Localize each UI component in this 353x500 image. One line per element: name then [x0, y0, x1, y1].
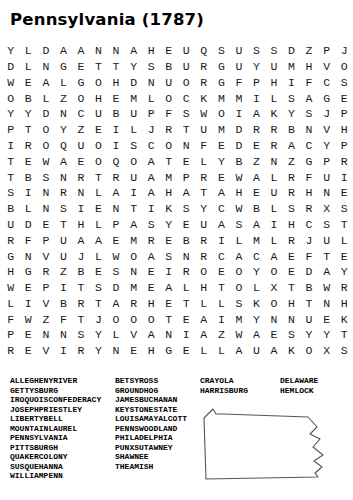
grid-cell: H	[300, 185, 318, 201]
word-list-column-2: BETSYROSSGROUNDHOGJAMESBUCHANANKEYSTONES…	[115, 376, 187, 471]
grid-cell: R	[2, 233, 20, 249]
grid-cell: A	[125, 217, 143, 233]
word-item: WILLIAMPENN	[10, 471, 101, 481]
grid-cell: E	[37, 217, 55, 233]
grid-cell: E	[125, 343, 143, 359]
grid-cell: O	[2, 90, 20, 106]
grid-cell: O	[90, 138, 108, 154]
grid-cell: O	[160, 138, 178, 154]
grid-cell: R	[335, 280, 353, 296]
grid-cell: D	[300, 264, 318, 280]
word-item: CRAYOLA	[200, 376, 248, 386]
grid-cell: X	[265, 280, 283, 296]
grid-cell: H	[335, 122, 353, 138]
grid-cell: S	[300, 106, 318, 122]
grid-cell: B	[177, 233, 195, 249]
grid-cell: G	[300, 154, 318, 170]
grid-cell: T	[2, 154, 20, 170]
grid-cell: V	[37, 343, 55, 359]
grid-cell: S	[107, 264, 125, 280]
word-item: MOUNTAINLAUREL	[10, 424, 101, 434]
grid-cell: H	[195, 280, 213, 296]
grid-cell: E	[160, 296, 178, 312]
grid-cell: M	[248, 233, 266, 249]
grid-cell: O	[72, 90, 90, 106]
grid-cell: H	[107, 75, 125, 91]
grid-cell: L	[213, 343, 231, 359]
grid-cell: F	[300, 248, 318, 264]
grid-cell: F	[160, 106, 178, 122]
grid-cell: E	[283, 248, 301, 264]
grid-cell: A	[107, 185, 125, 201]
grid-cell: T	[160, 312, 178, 328]
grid-cell: E	[142, 280, 160, 296]
grid-cell: U	[195, 217, 213, 233]
grid-cell: L	[265, 201, 283, 217]
grid-cell: B	[107, 106, 125, 122]
grid-cell: D	[283, 43, 301, 59]
grid-cell: N	[55, 169, 73, 185]
grid-cell: R	[283, 185, 301, 201]
grid-cell: E	[90, 201, 108, 217]
grid-cell: F	[55, 312, 73, 328]
grid-cell: N	[37, 59, 55, 75]
grid-cell: K	[335, 312, 353, 328]
grid-cell: U	[300, 312, 318, 328]
grid-cell: F	[230, 75, 248, 91]
grid-cell: W	[20, 312, 38, 328]
grid-cell: E	[335, 185, 353, 201]
grid-cell: W	[195, 106, 213, 122]
grid-cell: Q	[55, 138, 73, 154]
grid-cell: I	[20, 185, 38, 201]
grid-cell: R	[72, 169, 90, 185]
grid-cell: B	[248, 201, 266, 217]
word-list-column-3: CRAYOLAHARRISBURG	[200, 376, 248, 395]
grid-cell: I	[2, 138, 20, 154]
grid-cell: E	[213, 138, 231, 154]
grid-cell: I	[335, 169, 353, 185]
grid-cell: A	[318, 264, 336, 280]
grid-cell: N	[177, 248, 195, 264]
grid-cell: E	[90, 264, 108, 280]
grid-cell: P	[37, 280, 55, 296]
grid-cell: S	[335, 201, 353, 217]
grid-cell: O	[125, 312, 143, 328]
grid-cell: S	[248, 43, 266, 59]
grid-cell: I	[107, 122, 125, 138]
grid-cell: B	[20, 90, 38, 106]
grid-cell: D	[107, 280, 125, 296]
grid-cell: T	[283, 280, 301, 296]
grid-cell: T	[55, 217, 73, 233]
grid-cell: O	[230, 264, 248, 280]
grid-cell: R	[177, 264, 195, 280]
grid-cell: I	[55, 343, 73, 359]
grid-cell: H	[160, 185, 178, 201]
grid-cell: U	[265, 185, 283, 201]
grid-cell: Y	[213, 154, 231, 170]
grid-cell: A	[107, 296, 125, 312]
grid-cell: V	[318, 122, 336, 138]
grid-cell: Y	[160, 217, 178, 233]
grid-cell: N	[90, 43, 108, 59]
word-item: PITTSBURGH	[10, 443, 101, 453]
grid-cell: O	[230, 280, 248, 296]
grid-cell: R	[2, 343, 20, 359]
grid-cell: E	[90, 122, 108, 138]
grid-cell: U	[318, 233, 336, 249]
state-border	[204, 409, 323, 479]
grid-cell: O	[37, 138, 55, 154]
grid-cell: R	[283, 169, 301, 185]
grid-cell: Y	[90, 327, 108, 343]
grid-cell: A	[265, 248, 283, 264]
grid-cell: H	[300, 59, 318, 75]
grid-cell: B	[283, 122, 301, 138]
grid-cell: A	[265, 343, 283, 359]
grid-cell: L	[213, 296, 231, 312]
grid-cell: A	[248, 169, 266, 185]
grid-cell: B	[160, 59, 178, 75]
grid-cell: W	[230, 169, 248, 185]
grid-cell: E	[177, 154, 195, 170]
grid-cell: T	[213, 280, 231, 296]
grid-cell: I	[283, 75, 301, 91]
grid-cell: L	[195, 343, 213, 359]
grid-cell: N	[142, 75, 160, 91]
grid-cell: I	[72, 201, 90, 217]
grid-cell: J	[318, 106, 336, 122]
grid-cell: N	[37, 185, 55, 201]
grid-cell: N	[37, 327, 55, 343]
grid-cell: Z	[300, 43, 318, 59]
grid-cell: D	[125, 75, 143, 91]
grid-cell: T	[160, 154, 178, 170]
grid-cell: H	[230, 185, 248, 201]
grid-cell: L	[335, 233, 353, 249]
word-item: SUSQUEHANNA	[10, 462, 101, 472]
grid-cell: D	[230, 122, 248, 138]
grid-cell: N	[318, 296, 336, 312]
grid-cell: C	[72, 106, 90, 122]
grid-cell: U	[72, 138, 90, 154]
grid-cell: A	[142, 327, 160, 343]
grid-cell: E	[72, 154, 90, 170]
grid-cell: S	[177, 106, 195, 122]
grid-cell: A	[283, 138, 301, 154]
grid-cell: A	[142, 154, 160, 170]
grid-cell: G	[213, 75, 231, 91]
grid-cell: W	[107, 248, 125, 264]
grid-cell: L	[248, 280, 266, 296]
word-item: DELAWARE	[280, 376, 318, 386]
grid-cell: I	[213, 233, 231, 249]
grid-cell: W	[230, 327, 248, 343]
grid-cell: E	[318, 312, 336, 328]
word-item: HEMLOCK	[280, 386, 318, 396]
grid-cell: H	[72, 217, 90, 233]
grid-cell: N	[55, 106, 73, 122]
grid-cell: J	[300, 233, 318, 249]
grid-cell: O	[125, 154, 143, 170]
grid-cell: T	[72, 312, 90, 328]
grid-cell: Y	[318, 327, 336, 343]
grid-cell: G	[20, 264, 38, 280]
grid-cell: N	[107, 343, 125, 359]
grid-cell: D	[230, 138, 248, 154]
grid-cell: S	[213, 43, 231, 59]
grid-cell: E	[177, 312, 195, 328]
grid-cell: A	[55, 43, 73, 59]
grid-cell: E	[177, 217, 195, 233]
word-item: IROQUOISCONFEDERACY	[10, 395, 101, 405]
grid-cell: R	[37, 264, 55, 280]
grid-cell: R	[265, 122, 283, 138]
grid-cell: O	[177, 75, 195, 91]
grid-cell: A	[72, 43, 90, 59]
grid-cell: Y	[318, 138, 336, 154]
grid-cell: G	[55, 59, 73, 75]
grid-cell: V	[125, 327, 143, 343]
grid-cell: E	[72, 59, 90, 75]
grid-cell: L	[90, 248, 108, 264]
grid-cell: A	[177, 185, 195, 201]
grid-cell: O	[90, 154, 108, 170]
grid-cell: A	[90, 233, 108, 249]
grid-cell: E	[283, 264, 301, 280]
grid-cell: O	[195, 264, 213, 280]
grid-cell: G	[160, 343, 178, 359]
grid-cell: R	[72, 343, 90, 359]
grid-cell: E	[160, 233, 178, 249]
grid-cell: H	[90, 90, 108, 106]
grid-cell: O	[265, 296, 283, 312]
grid-cell: H	[265, 75, 283, 91]
grid-cell: U	[177, 59, 195, 75]
word-list-column-1: ALLEGHENYRIVERGETTYSBURGIROQUOISCONFEDER…	[10, 376, 101, 481]
grid-cell: O	[160, 90, 178, 106]
grid-cell: Y	[55, 122, 73, 138]
grid-cell: M	[283, 59, 301, 75]
grid-cell: L	[142, 90, 160, 106]
grid-cell: L	[20, 201, 38, 217]
grid-cell: S	[335, 75, 353, 91]
grid-cell: E	[20, 327, 38, 343]
word-item: BETSYROSS	[115, 376, 187, 386]
grid-cell: H	[142, 43, 160, 59]
grid-cell: F	[300, 75, 318, 91]
grid-cell: E	[265, 327, 283, 343]
word-item: QUAKERCOLONY	[10, 452, 101, 462]
grid-cell: N	[72, 185, 90, 201]
grid-cell: A	[300, 90, 318, 106]
grid-cell: G	[72, 75, 90, 91]
grid-cell: A	[37, 75, 55, 91]
grid-cell: S	[265, 43, 283, 59]
grid-cell: R	[142, 233, 160, 249]
grid-cell: B	[230, 154, 248, 170]
grid-cell: U	[230, 59, 248, 75]
grid-cell: R	[107, 169, 125, 185]
grid-cell: I	[177, 327, 195, 343]
grid-cell: Y	[2, 43, 20, 59]
grid-cell: T	[90, 296, 108, 312]
grid-cell: L	[90, 185, 108, 201]
grid-cell: S	[230, 296, 248, 312]
grid-cell: G	[318, 90, 336, 106]
grid-cell: T	[90, 59, 108, 75]
grid-cell: L	[195, 296, 213, 312]
grid-cell: K	[248, 296, 266, 312]
grid-cell: A	[72, 233, 90, 249]
word-item: GROUNDHOG	[115, 386, 187, 396]
grid-cell: O	[125, 248, 143, 264]
grid-cell: S	[160, 248, 178, 264]
grid-cell: A	[125, 43, 143, 59]
grid-cell: S	[55, 201, 73, 217]
grid-cell: S	[37, 169, 55, 185]
grid-cell: A	[142, 248, 160, 264]
grid-cell: T	[300, 296, 318, 312]
grid-cell: H	[2, 264, 20, 280]
grid-cell: L	[37, 90, 55, 106]
grid-cell: S	[177, 201, 195, 217]
grid-cell: I	[265, 217, 283, 233]
grid-cell: W	[2, 75, 20, 91]
word-item: PHILADELPHIA	[115, 433, 187, 443]
grid-cell: A	[195, 312, 213, 328]
grid-cell: S	[230, 217, 248, 233]
grid-cell: I	[248, 90, 266, 106]
grid-cell: E	[248, 185, 266, 201]
grid-cell: P	[318, 43, 336, 59]
grid-cell: R	[125, 296, 143, 312]
word-item: PENNSWOODLAND	[115, 424, 187, 434]
grid-cell: E	[177, 343, 195, 359]
grid-cell: P	[142, 106, 160, 122]
grid-cell: T	[20, 122, 38, 138]
grid-cell: E	[335, 90, 353, 106]
grid-cell: U	[318, 169, 336, 185]
grid-cell: U	[160, 75, 178, 91]
grid-cell: S	[142, 59, 160, 75]
grid-cell: L	[195, 154, 213, 170]
grid-cell: A	[213, 185, 231, 201]
grid-cell: C	[177, 90, 195, 106]
grid-cell: A	[142, 169, 160, 185]
grid-cell: L	[265, 90, 283, 106]
grid-cell: T	[335, 217, 353, 233]
grid-cell: Y	[335, 264, 353, 280]
grid-cell: O	[142, 312, 160, 328]
grid-cell: H	[335, 296, 353, 312]
grid-cell: Z	[213, 327, 231, 343]
grid-cell: U	[265, 59, 283, 75]
grid-cell: Y	[300, 327, 318, 343]
grid-cell: U	[90, 106, 108, 122]
grid-cell: L	[265, 233, 283, 249]
grid-cell: D	[37, 106, 55, 122]
grid-cell: T	[72, 280, 90, 296]
grid-cell: D	[37, 43, 55, 59]
grid-cell: R	[248, 122, 266, 138]
grid-cell: T	[2, 169, 20, 185]
grid-cell: Z	[72, 122, 90, 138]
grid-cell: I	[213, 312, 231, 328]
word-item: PENNSYLVANIA	[10, 433, 101, 443]
grid-cell: N	[265, 154, 283, 170]
grid-cell: P	[335, 138, 353, 154]
grid-cell: H	[142, 296, 160, 312]
grid-cell: E	[20, 154, 38, 170]
grid-cell: J	[335, 43, 353, 59]
grid-cell: M	[230, 312, 248, 328]
grid-cell: V	[318, 59, 336, 75]
grid-cell: W	[2, 280, 20, 296]
grid-cell: C	[248, 248, 266, 264]
grid-cell: L	[2, 296, 20, 312]
word-item: LOUISAMAYALCOTT	[115, 414, 187, 424]
pennsylvania-map-outline	[194, 398, 352, 488]
word-item: SHAWNEE	[115, 452, 187, 462]
grid-cell: O	[335, 59, 353, 75]
grid-cell: R	[195, 169, 213, 185]
grid-cell: N	[107, 43, 125, 59]
grid-cell: C	[318, 75, 336, 91]
word-item: KEYSTONESTATE	[115, 405, 187, 415]
grid-cell: W	[37, 154, 55, 170]
grid-cell: E	[20, 280, 38, 296]
grid-cell: L	[90, 217, 108, 233]
grid-cell: S	[283, 90, 301, 106]
grid-cell: Y	[248, 312, 266, 328]
grid-cell: L	[107, 327, 125, 343]
grid-cell: I	[125, 185, 143, 201]
grid-cell: C	[300, 217, 318, 233]
grid-cell: P	[107, 217, 125, 233]
grid-cell: E	[213, 169, 231, 185]
grid-cell: N	[20, 248, 38, 264]
grid-cell: Y	[90, 343, 108, 359]
grid-cell: R	[195, 233, 213, 249]
grid-cell: L	[20, 59, 38, 75]
grid-cell: Z	[37, 312, 55, 328]
grid-cell: Y	[195, 201, 213, 217]
grid-cell: P	[335, 106, 353, 122]
grid-cell: M	[213, 122, 231, 138]
grid-cell: A	[213, 217, 231, 233]
grid-cell: R	[55, 185, 73, 201]
grid-cell: K	[195, 90, 213, 106]
grid-cell: Z	[55, 264, 73, 280]
grid-cell: A	[230, 343, 248, 359]
word-item: HARRISBURG	[200, 386, 248, 396]
grid-cell: E	[213, 264, 231, 280]
grid-cell: X	[318, 343, 336, 359]
grid-cell: C	[300, 138, 318, 154]
grid-cell: E	[20, 343, 38, 359]
grid-cell: J	[72, 248, 90, 264]
grid-cell: U	[195, 122, 213, 138]
grid-cell: A	[195, 327, 213, 343]
grid-cell: N	[55, 327, 73, 343]
grid-cell: Y	[125, 59, 143, 75]
grid-cell: T	[335, 327, 353, 343]
grid-cell: M	[125, 233, 143, 249]
grid-cell: T	[177, 296, 195, 312]
grid-cell: I	[230, 106, 248, 122]
